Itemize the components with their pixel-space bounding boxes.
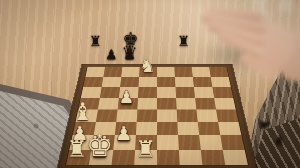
square-c4[interactable] xyxy=(116,109,137,121)
white-king[interactable]: ♚ xyxy=(86,131,113,161)
square-g6[interactable] xyxy=(194,87,214,98)
blurred-white-piece: ♙ xyxy=(276,0,295,13)
white-bishop[interactable]: ♝ xyxy=(72,100,94,124)
square-f7[interactable] xyxy=(175,77,194,87)
square-h7[interactable] xyxy=(211,77,231,87)
square-b8[interactable] xyxy=(103,67,122,77)
square-e6[interactable] xyxy=(157,87,176,98)
square-f1[interactable] xyxy=(179,150,203,165)
black-rook[interactable]: ♜ xyxy=(89,34,102,48)
square-c1[interactable] xyxy=(112,150,136,165)
square-c8[interactable] xyxy=(121,67,139,77)
square-g5[interactable] xyxy=(195,98,216,110)
square-e4[interactable] xyxy=(157,109,177,121)
square-h2[interactable] xyxy=(220,135,244,149)
square-b6[interactable] xyxy=(100,87,120,98)
chess-photo: ♟♟ ♜♚♜♟♟♛♟♝♟♞♟♟♟♝♟♟♟♟♟♟♜♝♛♚♜ ♖ ♙ xyxy=(0,0,300,168)
square-h6[interactable] xyxy=(212,87,233,98)
square-f6[interactable] xyxy=(175,87,195,98)
white-pawn[interactable]: ♟ xyxy=(115,124,132,143)
white-pawn[interactable]: ♟ xyxy=(119,89,134,106)
square-f4[interactable] xyxy=(177,109,198,121)
square-e3[interactable] xyxy=(157,122,178,135)
square-h5[interactable] xyxy=(214,98,236,110)
captured-black-pawn: ♟ xyxy=(273,133,286,147)
square-f2[interactable] xyxy=(178,135,201,149)
square-a6[interactable] xyxy=(81,87,102,98)
square-f3[interactable] xyxy=(177,122,199,135)
square-d3[interactable] xyxy=(136,122,157,135)
square-b7[interactable] xyxy=(102,77,122,87)
square-g4[interactable] xyxy=(196,109,218,121)
square-e1[interactable] xyxy=(157,150,180,165)
hand-shadow xyxy=(200,38,280,72)
black-rook[interactable]: ♜ xyxy=(177,34,190,48)
white-rook[interactable]: ♜ xyxy=(135,138,156,161)
square-c7[interactable] xyxy=(120,77,139,87)
square-e7[interactable] xyxy=(157,77,175,87)
square-e8[interactable] xyxy=(157,67,175,77)
square-b5[interactable] xyxy=(98,98,119,110)
square-d5[interactable] xyxy=(137,98,157,110)
square-b4[interactable] xyxy=(96,109,118,121)
square-d6[interactable] xyxy=(138,87,157,98)
square-e5[interactable] xyxy=(157,98,177,110)
square-d7[interactable] xyxy=(139,77,157,87)
square-f8[interactable] xyxy=(174,67,192,77)
black-pawn[interactable]: ♟ xyxy=(124,48,136,61)
square-a8[interactable] xyxy=(85,67,104,77)
square-h1[interactable] xyxy=(223,150,248,165)
square-h3[interactable] xyxy=(218,122,241,135)
square-g7[interactable] xyxy=(193,77,213,87)
square-g2[interactable] xyxy=(199,135,222,149)
square-d4[interactable] xyxy=(137,109,157,121)
square-g3[interactable] xyxy=(198,122,221,135)
black-pawn[interactable]: ♟ xyxy=(106,48,118,61)
square-h4[interactable] xyxy=(216,109,238,121)
white-knight[interactable]: ♞ xyxy=(139,57,155,75)
blurred-white-piece: ♖ xyxy=(250,0,272,20)
white-rook[interactable]: ♜ xyxy=(67,138,88,161)
square-a7[interactable] xyxy=(83,77,103,87)
square-f5[interactable] xyxy=(176,98,196,110)
square-g1[interactable] xyxy=(201,150,225,165)
square-e2[interactable] xyxy=(157,135,179,149)
